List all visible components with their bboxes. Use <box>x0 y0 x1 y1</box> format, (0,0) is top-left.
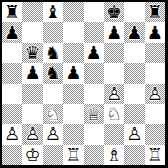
square-b7[interactable] <box>22 22 42 42</box>
square-e1[interactable] <box>84 145 104 165</box>
square-f2[interactable] <box>104 124 124 144</box>
black-knight: ♞ <box>43 63 63 83</box>
black-pawn: ♟ <box>145 22 165 42</box>
square-d5[interactable]: ♟ <box>63 63 83 83</box>
square-b3[interactable] <box>22 104 42 124</box>
white-bishop: ♝♗ <box>104 145 124 165</box>
square-e2[interactable] <box>84 124 104 144</box>
square-f1[interactable]: ♝♗ <box>104 145 124 165</box>
square-g1[interactable] <box>124 145 144 165</box>
square-c5[interactable]: ♞ <box>43 63 63 83</box>
square-b2[interactable]: ♟♙ <box>22 124 42 144</box>
square-f5[interactable] <box>104 63 124 83</box>
square-a5[interactable] <box>2 63 22 83</box>
square-d7[interactable] <box>63 22 83 42</box>
square-g4[interactable] <box>124 84 144 104</box>
black-queen: ♛ <box>22 43 42 63</box>
black-bishop: ♝ <box>43 2 63 22</box>
square-h5[interactable] <box>145 63 165 83</box>
black-rook: ♜ <box>145 2 165 22</box>
square-a4[interactable] <box>2 84 22 104</box>
black-pawn: ♟ <box>104 22 124 42</box>
square-h7[interactable]: ♟ <box>145 22 165 42</box>
square-c7[interactable] <box>43 22 63 42</box>
square-f7[interactable]: ♟ <box>104 22 124 42</box>
square-f3[interactable]: ♞♘ <box>104 104 124 124</box>
square-d8[interactable] <box>63 2 83 22</box>
square-h3[interactable] <box>145 104 165 124</box>
square-g2[interactable]: ♟♙ <box>124 124 144 144</box>
square-b8[interactable] <box>22 2 42 22</box>
square-d2[interactable] <box>63 124 83 144</box>
square-f8[interactable]: ♚ <box>104 2 124 22</box>
square-e8[interactable] <box>84 2 104 22</box>
square-c2[interactable]: ♟♙ <box>43 124 63 144</box>
black-pawn: ♟ <box>84 43 104 63</box>
square-g3[interactable] <box>124 104 144 124</box>
square-h4[interactable]: ♟♙ <box>145 84 165 104</box>
square-h8[interactable]: ♜ <box>145 2 165 22</box>
square-e4[interactable] <box>84 84 104 104</box>
square-e5[interactable] <box>84 63 104 83</box>
square-a7[interactable]: ♟ <box>2 22 22 42</box>
square-e6[interactable]: ♟ <box>84 43 104 63</box>
square-c4[interactable] <box>43 84 63 104</box>
white-rook: ♜♖ <box>145 145 165 165</box>
square-b6[interactable]: ♛ <box>22 43 42 63</box>
black-pawn: ♟ <box>63 63 83 83</box>
square-e7[interactable] <box>84 22 104 42</box>
square-a2[interactable]: ♟♙ <box>2 124 22 144</box>
white-pawn: ♟♙ <box>124 124 144 144</box>
chess-board: ♜♝♚♜♟♟♟♟♛♞♟♟♞♟♟♙♟♙♞♘♛♕♞♘♟♙♟♙♟♙♟♙♚♔♜♖♝♗♜♖ <box>0 0 168 168</box>
square-c6[interactable]: ♞ <box>43 43 63 63</box>
square-h6[interactable] <box>145 43 165 63</box>
square-a8[interactable]: ♜ <box>2 2 22 22</box>
white-pawn: ♟♙ <box>104 84 124 104</box>
square-a1[interactable] <box>2 145 22 165</box>
white-king: ♚♔ <box>22 145 42 165</box>
white-pawn: ♟♙ <box>145 84 165 104</box>
square-a3[interactable] <box>2 104 22 124</box>
square-g6[interactable] <box>124 43 144 63</box>
square-g5[interactable] <box>124 63 144 83</box>
white-pawn: ♟♙ <box>2 124 22 144</box>
black-pawn: ♟ <box>2 22 22 42</box>
white-rook: ♜♖ <box>63 145 83 165</box>
white-pawn: ♟♙ <box>22 124 42 144</box>
square-b4[interactable] <box>22 84 42 104</box>
square-b5[interactable]: ♟ <box>22 63 42 83</box>
square-c1[interactable] <box>43 145 63 165</box>
black-knight: ♞ <box>43 43 63 63</box>
black-pawn: ♟ <box>22 63 42 83</box>
square-e3[interactable]: ♛♕ <box>84 104 104 124</box>
white-queen: ♛♕ <box>84 104 104 124</box>
white-knight: ♞♘ <box>43 104 63 124</box>
square-h1[interactable]: ♜♖ <box>145 145 165 165</box>
square-d6[interactable] <box>63 43 83 63</box>
square-b1[interactable]: ♚♔ <box>22 145 42 165</box>
square-c3[interactable]: ♞♘ <box>43 104 63 124</box>
square-f4[interactable]: ♟♙ <box>104 84 124 104</box>
square-g7[interactable]: ♟ <box>124 22 144 42</box>
white-pawn: ♟♙ <box>43 124 63 144</box>
square-d1[interactable]: ♜♖ <box>63 145 83 165</box>
black-rook: ♜ <box>2 2 22 22</box>
square-a6[interactable] <box>2 43 22 63</box>
black-pawn: ♟ <box>124 22 144 42</box>
square-d3[interactable] <box>63 104 83 124</box>
black-king: ♚ <box>104 2 124 22</box>
square-c8[interactable]: ♝ <box>43 2 63 22</box>
square-f6[interactable] <box>104 43 124 63</box>
square-h2[interactable] <box>145 124 165 144</box>
square-d4[interactable] <box>63 84 83 104</box>
white-knight: ♞♘ <box>104 104 124 124</box>
square-g8[interactable] <box>124 2 144 22</box>
